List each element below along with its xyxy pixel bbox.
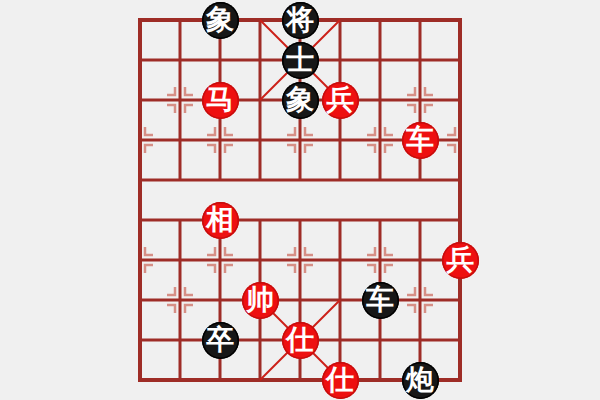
red-advisor[interactable]: 仕 [322, 362, 359, 399]
black-chariot[interactable]: 车 [362, 282, 399, 319]
red-soldier[interactable]: 兵 [322, 82, 359, 119]
red-chariot[interactable]: 车 [402, 122, 439, 159]
pieces-layer: 象将士马象兵车相兵帅车卒仕仕炮 [0, 0, 600, 400]
black-general[interactable]: 将 [282, 2, 319, 39]
black-cannon[interactable]: 炮 [402, 362, 439, 399]
black-elephant[interactable]: 象 [282, 82, 319, 119]
black-elephant[interactable]: 象 [202, 2, 239, 39]
red-elephant[interactable]: 相 [202, 202, 239, 239]
black-advisor[interactable]: 士 [282, 42, 319, 79]
red-advisor[interactable]: 仕 [282, 322, 319, 359]
red-general[interactable]: 帅 [242, 282, 279, 319]
xiangqi-board-screenshot: 象将士马象兵车相兵帅车卒仕仕炮 [0, 0, 600, 400]
black-soldier[interactable]: 卒 [202, 322, 239, 359]
red-horse[interactable]: 马 [202, 82, 239, 119]
red-soldier[interactable]: 兵 [442, 242, 479, 279]
